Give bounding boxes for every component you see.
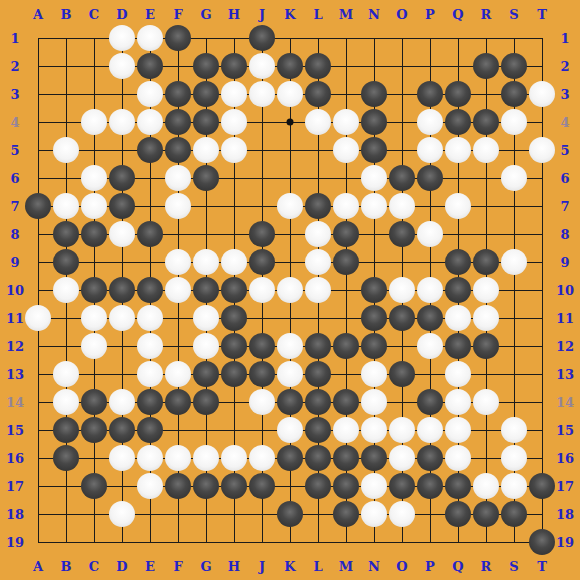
coordinate-label: 5 — [10, 144, 19, 157]
coordinate-label: 7 — [10, 200, 19, 213]
black-stone-B16 — [53, 445, 79, 471]
black-stone-N11 — [361, 305, 387, 331]
white-stone-E4 — [137, 109, 163, 135]
coordinate-label: 6 — [560, 172, 569, 185]
coordinate-label: L — [313, 8, 322, 21]
black-stone-O13 — [389, 361, 415, 387]
white-stone-K3 — [277, 81, 303, 107]
coordinate-label: M — [339, 560, 353, 573]
white-stone-S17 — [501, 473, 527, 499]
black-stone-H12 — [221, 333, 247, 359]
go-board[interactable]: ABCDEFGHJKLMNOPQRST ABCDEFGHJKLMNOPQRST … — [0, 0, 580, 580]
black-stone-N5 — [361, 137, 387, 163]
white-stone-H4 — [221, 109, 247, 135]
white-stone-F13 — [165, 361, 191, 387]
coordinate-label: 1 — [10, 32, 19, 45]
black-stone-M17 — [333, 473, 359, 499]
coordinate-label: 8 — [560, 228, 569, 241]
black-stone-T17 — [529, 473, 555, 499]
white-stone-L10 — [305, 277, 331, 303]
coordinate-label: R — [481, 8, 492, 21]
white-stone-E3 — [137, 81, 163, 107]
coordinate-label: P — [425, 560, 435, 573]
white-stone-J3 — [249, 81, 275, 107]
black-stone-M14 — [333, 389, 359, 415]
black-stone-G6 — [193, 165, 219, 191]
black-stone-R18 — [473, 501, 499, 527]
black-stone-Q10 — [445, 277, 471, 303]
coordinate-label: 2 — [10, 60, 19, 73]
coordinate-label: R — [481, 560, 492, 573]
coordinate-label: 2 — [560, 60, 569, 73]
white-stone-R11 — [473, 305, 499, 331]
coordinate-label: A — [33, 8, 43, 21]
white-stone-F9 — [165, 249, 191, 275]
white-stone-Q7 — [445, 193, 471, 219]
coordinate-label: 4 — [560, 116, 569, 129]
coordinate-label: F — [173, 560, 182, 573]
black-stone-R2 — [473, 53, 499, 79]
black-stone-B15 — [53, 417, 79, 443]
black-stone-C8 — [81, 221, 107, 247]
black-stone-L15 — [305, 417, 331, 443]
black-stone-H10 — [221, 277, 247, 303]
white-stone-K7 — [277, 193, 303, 219]
white-stone-D14 — [109, 389, 135, 415]
white-stone-G12 — [193, 333, 219, 359]
black-stone-L17 — [305, 473, 331, 499]
coordinate-label: 3 — [10, 88, 19, 101]
white-stone-D8 — [109, 221, 135, 247]
black-stone-B9 — [53, 249, 79, 275]
white-stone-H5 — [221, 137, 247, 163]
black-stone-Q9 — [445, 249, 471, 275]
white-stone-D11 — [109, 305, 135, 331]
black-stone-G14 — [193, 389, 219, 415]
black-stone-O6 — [389, 165, 415, 191]
coordinate-label: A — [33, 560, 43, 573]
white-stone-N18 — [361, 501, 387, 527]
coordinate-label: 15 — [556, 424, 574, 437]
white-stone-C4 — [81, 109, 107, 135]
black-stone-K14 — [277, 389, 303, 415]
star-point — [287, 119, 294, 126]
black-stone-M9 — [333, 249, 359, 275]
black-stone-S2 — [501, 53, 527, 79]
black-stone-L14 — [305, 389, 331, 415]
white-stone-K10 — [277, 277, 303, 303]
black-stone-E14 — [137, 389, 163, 415]
white-stone-N13 — [361, 361, 387, 387]
white-stone-D2 — [109, 53, 135, 79]
coordinate-label: E — [145, 8, 155, 21]
white-stone-E12 — [137, 333, 163, 359]
white-stone-R5 — [473, 137, 499, 163]
white-stone-H3 — [221, 81, 247, 107]
black-stone-O8 — [389, 221, 415, 247]
white-stone-J14 — [249, 389, 275, 415]
coordinate-label: 16 — [556, 452, 574, 465]
white-stone-N6 — [361, 165, 387, 191]
white-stone-F6 — [165, 165, 191, 191]
coordinate-label: O — [396, 8, 407, 21]
coordinate-label: 17 — [556, 480, 574, 493]
coordinate-label: C — [89, 8, 99, 21]
black-stone-Q17 — [445, 473, 471, 499]
black-stone-G4 — [193, 109, 219, 135]
coordinate-label: O — [396, 560, 407, 573]
white-stone-T5 — [529, 137, 555, 163]
coordinate-label: 7 — [560, 200, 569, 213]
black-stone-Q3 — [445, 81, 471, 107]
coordinate-label: 18 — [6, 508, 24, 521]
coordinate-label: J — [259, 8, 265, 21]
coordinate-label: 11 — [556, 312, 574, 325]
white-stone-A11 — [25, 305, 51, 331]
coordinate-label: D — [116, 8, 127, 21]
black-stone-J13 — [249, 361, 275, 387]
black-stone-F4 — [165, 109, 191, 135]
white-stone-C11 — [81, 305, 107, 331]
coordinate-label: 17 — [6, 480, 24, 493]
coordinate-label: 9 — [560, 256, 569, 269]
coordinate-label: J — [259, 560, 265, 573]
coordinate-label: 15 — [6, 424, 24, 437]
black-stone-S18 — [501, 501, 527, 527]
black-stone-H13 — [221, 361, 247, 387]
black-stone-G13 — [193, 361, 219, 387]
white-stone-Q5 — [445, 137, 471, 163]
black-stone-N12 — [361, 333, 387, 359]
white-stone-R14 — [473, 389, 499, 415]
black-stone-F14 — [165, 389, 191, 415]
coordinate-label: 10 — [556, 284, 574, 297]
white-stone-R17 — [473, 473, 499, 499]
grid-line — [38, 542, 543, 543]
white-stone-K15 — [277, 417, 303, 443]
black-stone-N3 — [361, 81, 387, 107]
black-stone-H17 — [221, 473, 247, 499]
black-stone-Q18 — [445, 501, 471, 527]
coordinate-label: K — [284, 8, 295, 21]
black-stone-F3 — [165, 81, 191, 107]
coordinate-label: T — [537, 560, 547, 573]
white-stone-L9 — [305, 249, 331, 275]
white-stone-S6 — [501, 165, 527, 191]
white-stone-D4 — [109, 109, 135, 135]
white-stone-N17 — [361, 473, 387, 499]
black-stone-O17 — [389, 473, 415, 499]
white-stone-H16 — [221, 445, 247, 471]
white-stone-P8 — [417, 221, 443, 247]
black-stone-L12 — [305, 333, 331, 359]
coordinate-label: 11 — [6, 312, 24, 325]
black-stone-S3 — [501, 81, 527, 107]
black-stone-C15 — [81, 417, 107, 443]
white-stone-J2 — [249, 53, 275, 79]
white-stone-G11 — [193, 305, 219, 331]
coordinate-label: 1 — [560, 32, 569, 45]
coordinate-label: H — [228, 8, 240, 21]
white-stone-G16 — [193, 445, 219, 471]
white-stone-P12 — [417, 333, 443, 359]
white-stone-G5 — [193, 137, 219, 163]
coordinate-label: G — [200, 8, 211, 21]
black-stone-P17 — [417, 473, 443, 499]
coordinate-label: S — [509, 560, 518, 573]
white-stone-E1 — [137, 25, 163, 51]
coordinate-label: Q — [452, 560, 463, 573]
black-stone-P6 — [417, 165, 443, 191]
coordinate-label: 12 — [6, 340, 24, 353]
black-stone-P14 — [417, 389, 443, 415]
black-stone-E15 — [137, 417, 163, 443]
coordinate-label: P — [425, 8, 435, 21]
black-stone-G2 — [193, 53, 219, 79]
black-stone-P16 — [417, 445, 443, 471]
black-stone-G10 — [193, 277, 219, 303]
coordinate-label: S — [509, 8, 518, 21]
black-stone-B8 — [53, 221, 79, 247]
white-stone-D16 — [109, 445, 135, 471]
white-stone-F16 — [165, 445, 191, 471]
white-stone-B10 — [53, 277, 79, 303]
black-stone-J1 — [249, 25, 275, 51]
white-stone-P10 — [417, 277, 443, 303]
white-stone-F10 — [165, 277, 191, 303]
black-stone-E2 — [137, 53, 163, 79]
white-stone-C7 — [81, 193, 107, 219]
white-stone-K12 — [277, 333, 303, 359]
black-stone-D7 — [109, 193, 135, 219]
white-stone-D18 — [109, 501, 135, 527]
coordinate-label: D — [116, 560, 127, 573]
white-stone-J16 — [249, 445, 275, 471]
coordinate-label: 16 — [6, 452, 24, 465]
black-stone-C10 — [81, 277, 107, 303]
coordinate-label: F — [173, 8, 182, 21]
white-stone-C12 — [81, 333, 107, 359]
white-stone-B14 — [53, 389, 79, 415]
white-stone-Q11 — [445, 305, 471, 331]
black-stone-J9 — [249, 249, 275, 275]
white-stone-G9 — [193, 249, 219, 275]
white-stone-N14 — [361, 389, 387, 415]
black-stone-N10 — [361, 277, 387, 303]
white-stone-K13 — [277, 361, 303, 387]
white-stone-O18 — [389, 501, 415, 527]
white-stone-M7 — [333, 193, 359, 219]
coordinate-label: E — [145, 560, 155, 573]
black-stone-P3 — [417, 81, 443, 107]
black-stone-N4 — [361, 109, 387, 135]
coordinate-label: 5 — [560, 144, 569, 157]
coordinate-label: 13 — [556, 368, 574, 381]
coordinate-label: K — [284, 560, 295, 573]
grid-line — [542, 38, 543, 543]
coordinate-label: 14 — [556, 396, 574, 409]
black-stone-C17 — [81, 473, 107, 499]
white-stone-L8 — [305, 221, 331, 247]
black-stone-L7 — [305, 193, 331, 219]
black-stone-K18 — [277, 501, 303, 527]
black-stone-G17 — [193, 473, 219, 499]
black-stone-R12 — [473, 333, 499, 359]
coordinate-label: B — [61, 560, 72, 573]
white-stone-L4 — [305, 109, 331, 135]
white-stone-O10 — [389, 277, 415, 303]
coordinate-label: H — [228, 560, 240, 573]
black-stone-N16 — [361, 445, 387, 471]
white-stone-E11 — [137, 305, 163, 331]
white-stone-J10 — [249, 277, 275, 303]
coordinate-label: 10 — [6, 284, 24, 297]
black-stone-M18 — [333, 501, 359, 527]
black-stone-Q12 — [445, 333, 471, 359]
coordinate-label: 4 — [10, 116, 19, 129]
white-stone-P4 — [417, 109, 443, 135]
white-stone-N15 — [361, 417, 387, 443]
black-stone-L13 — [305, 361, 331, 387]
white-stone-E17 — [137, 473, 163, 499]
coordinate-label: C — [89, 560, 99, 573]
black-stone-P11 — [417, 305, 443, 331]
coordinate-label: N — [368, 560, 380, 573]
white-stone-E13 — [137, 361, 163, 387]
white-stone-D1 — [109, 25, 135, 51]
white-stone-O16 — [389, 445, 415, 471]
black-stone-T19 — [529, 529, 555, 555]
coordinate-label: G — [200, 560, 211, 573]
coordinate-label: 13 — [6, 368, 24, 381]
white-stone-P15 — [417, 417, 443, 443]
black-stone-H11 — [221, 305, 247, 331]
white-stone-S15 — [501, 417, 527, 443]
white-stone-Q16 — [445, 445, 471, 471]
black-stone-D6 — [109, 165, 135, 191]
white-stone-R10 — [473, 277, 499, 303]
coordinate-label: 9 — [10, 256, 19, 269]
black-stone-J17 — [249, 473, 275, 499]
white-stone-Q15 — [445, 417, 471, 443]
coordinate-label: T — [537, 8, 547, 21]
black-stone-Q4 — [445, 109, 471, 135]
black-stone-L2 — [305, 53, 331, 79]
white-stone-S9 — [501, 249, 527, 275]
coordinate-label: 18 — [556, 508, 574, 521]
white-stone-B7 — [53, 193, 79, 219]
black-stone-K2 — [277, 53, 303, 79]
coordinate-label: Q — [452, 8, 463, 21]
white-stone-T3 — [529, 81, 555, 107]
coordinate-label: N — [368, 8, 380, 21]
black-stone-R4 — [473, 109, 499, 135]
black-stone-O11 — [389, 305, 415, 331]
coordinate-label: 8 — [10, 228, 19, 241]
white-stone-Q14 — [445, 389, 471, 415]
white-stone-F7 — [165, 193, 191, 219]
black-stone-G3 — [193, 81, 219, 107]
black-stone-H2 — [221, 53, 247, 79]
white-stone-H9 — [221, 249, 247, 275]
black-stone-F5 — [165, 137, 191, 163]
coordinate-label: 12 — [556, 340, 574, 353]
black-stone-R9 — [473, 249, 499, 275]
coordinate-label: 19 — [556, 536, 574, 549]
black-stone-M16 — [333, 445, 359, 471]
black-stone-J8 — [249, 221, 275, 247]
coordinate-label: L — [313, 560, 322, 573]
white-stone-M4 — [333, 109, 359, 135]
black-stone-L3 — [305, 81, 331, 107]
black-stone-M12 — [333, 333, 359, 359]
white-stone-Q13 — [445, 361, 471, 387]
coordinate-label: 6 — [10, 172, 19, 185]
white-stone-O7 — [389, 193, 415, 219]
white-stone-O15 — [389, 417, 415, 443]
white-stone-B13 — [53, 361, 79, 387]
black-stone-L16 — [305, 445, 331, 471]
black-stone-D15 — [109, 417, 135, 443]
black-stone-E5 — [137, 137, 163, 163]
white-stone-P5 — [417, 137, 443, 163]
white-stone-N7 — [361, 193, 387, 219]
coordinate-label: 19 — [6, 536, 24, 549]
white-stone-M15 — [333, 417, 359, 443]
black-stone-K16 — [277, 445, 303, 471]
white-stone-M5 — [333, 137, 359, 163]
black-stone-D10 — [109, 277, 135, 303]
black-stone-E8 — [137, 221, 163, 247]
black-stone-C14 — [81, 389, 107, 415]
white-stone-C6 — [81, 165, 107, 191]
black-stone-F17 — [165, 473, 191, 499]
white-stone-E16 — [137, 445, 163, 471]
coordinate-label: B — [61, 8, 72, 21]
black-stone-J12 — [249, 333, 275, 359]
coordinate-label: M — [339, 8, 353, 21]
coordinate-label: 14 — [6, 396, 24, 409]
black-stone-E10 — [137, 277, 163, 303]
coordinate-label: 3 — [560, 88, 569, 101]
black-stone-M8 — [333, 221, 359, 247]
white-stone-B5 — [53, 137, 79, 163]
black-stone-F1 — [165, 25, 191, 51]
white-stone-S16 — [501, 445, 527, 471]
white-stone-S4 — [501, 109, 527, 135]
black-stone-A7 — [25, 193, 51, 219]
